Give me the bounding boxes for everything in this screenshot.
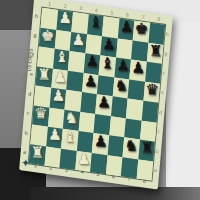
black-knight-piece[interactable]: ♞ — [113, 74, 129, 98]
square-b2[interactable]: ♟ — [46, 127, 63, 149]
white-king-piece[interactable]: ♚ — [40, 24, 56, 48]
chess-board[interactable]: 12345678 hgfedcba hgfedcba 12345678 US C… — [19, 0, 173, 190]
black-rook-piece[interactable]: ♜ — [139, 136, 155, 160]
square-d8[interactable] — [141, 101, 158, 123]
square-a3[interactable] — [59, 148, 76, 170]
white-rook-piece[interactable]: ♜ — [36, 63, 52, 87]
coord-label: 1 — [48, 0, 52, 6]
square-h6[interactable]: ♟ — [117, 18, 134, 40]
black-king-piece[interactable]: ♚ — [134, 17, 150, 41]
square-a4[interactable]: ♟ — [75, 150, 92, 172]
black-bishop-piece[interactable]: ♝ — [87, 11, 103, 35]
square-a2[interactable] — [44, 146, 61, 168]
coord-label: c — [25, 110, 31, 117]
white-pawn-piece[interactable]: ♟ — [57, 7, 73, 31]
square-b7[interactable]: ♞ — [122, 137, 139, 159]
square-a7[interactable] — [121, 157, 138, 179]
square-b5[interactable]: ♟ — [92, 133, 109, 155]
square-d4[interactable] — [80, 92, 97, 114]
square-b8[interactable]: ♜ — [138, 140, 155, 162]
square-e3[interactable] — [66, 70, 83, 92]
square-e7[interactable] — [128, 79, 145, 101]
coord-label: d — [27, 90, 33, 97]
black-bishop-piece[interactable]: ♝ — [99, 52, 115, 76]
black-pawn-piece[interactable]: ♟ — [93, 130, 109, 154]
coord-label: 8 — [157, 16, 161, 22]
square-a6[interactable] — [105, 155, 122, 177]
square-a1[interactable]: ♜ — [29, 144, 46, 166]
white-pawn-piece[interactable]: ♟ — [76, 147, 92, 171]
black-pawn-piece[interactable]: ♟ — [130, 56, 146, 80]
black-queen-piece[interactable]: ♛ — [144, 78, 160, 102]
coord-label: g — [32, 32, 38, 39]
white-pawn-piece[interactable]: ♟ — [50, 84, 66, 108]
shadow-bottom — [30, 187, 200, 200]
square-g8[interactable]: ♜ — [146, 42, 163, 64]
coord-label: 3 — [79, 5, 83, 11]
black-pawn-piece[interactable]: ♟ — [82, 69, 98, 93]
coord-label: a — [21, 148, 27, 155]
square-b6[interactable] — [107, 135, 124, 157]
square-a8[interactable] — [136, 159, 153, 181]
white-pawn-piece[interactable]: ♟ — [70, 28, 86, 52]
square-e6[interactable]: ♞ — [112, 77, 129, 99]
black-pawn-piece[interactable]: ♟ — [96, 91, 112, 115]
square-d7[interactable] — [126, 98, 143, 120]
coord-label: 5 — [110, 9, 114, 15]
white-queen-piece[interactable]: ♛ — [33, 102, 49, 126]
white-pawn-piece[interactable]: ♟ — [47, 123, 63, 147]
white-bishop-piece[interactable]: ♝ — [62, 125, 78, 149]
square-e8[interactable]: ♛ — [143, 81, 160, 103]
coord-label: b — [23, 129, 29, 136]
square-d6[interactable] — [111, 96, 128, 118]
black-rook-piece[interactable]: ♜ — [147, 39, 163, 63]
white-rook-piece[interactable]: ♜ — [30, 141, 46, 165]
black-knight-piece[interactable]: ♞ — [123, 134, 139, 158]
black-pawn-piece[interactable]: ♟ — [118, 15, 134, 39]
square-a5[interactable] — [90, 152, 107, 174]
square-d5[interactable]: ♟ — [95, 94, 112, 116]
coord-label: h — [33, 12, 39, 19]
photo-canvas: { "game": "chess", "scene_type": "overhe… — [0, 0, 200, 200]
board-grid[interactable]: ♟♝♟♚♚♟♟♜♝♟♝♟♟♜♟♟♞♛♟♟♛♞♟♝♟♞♜♜♟ — [28, 7, 167, 182]
